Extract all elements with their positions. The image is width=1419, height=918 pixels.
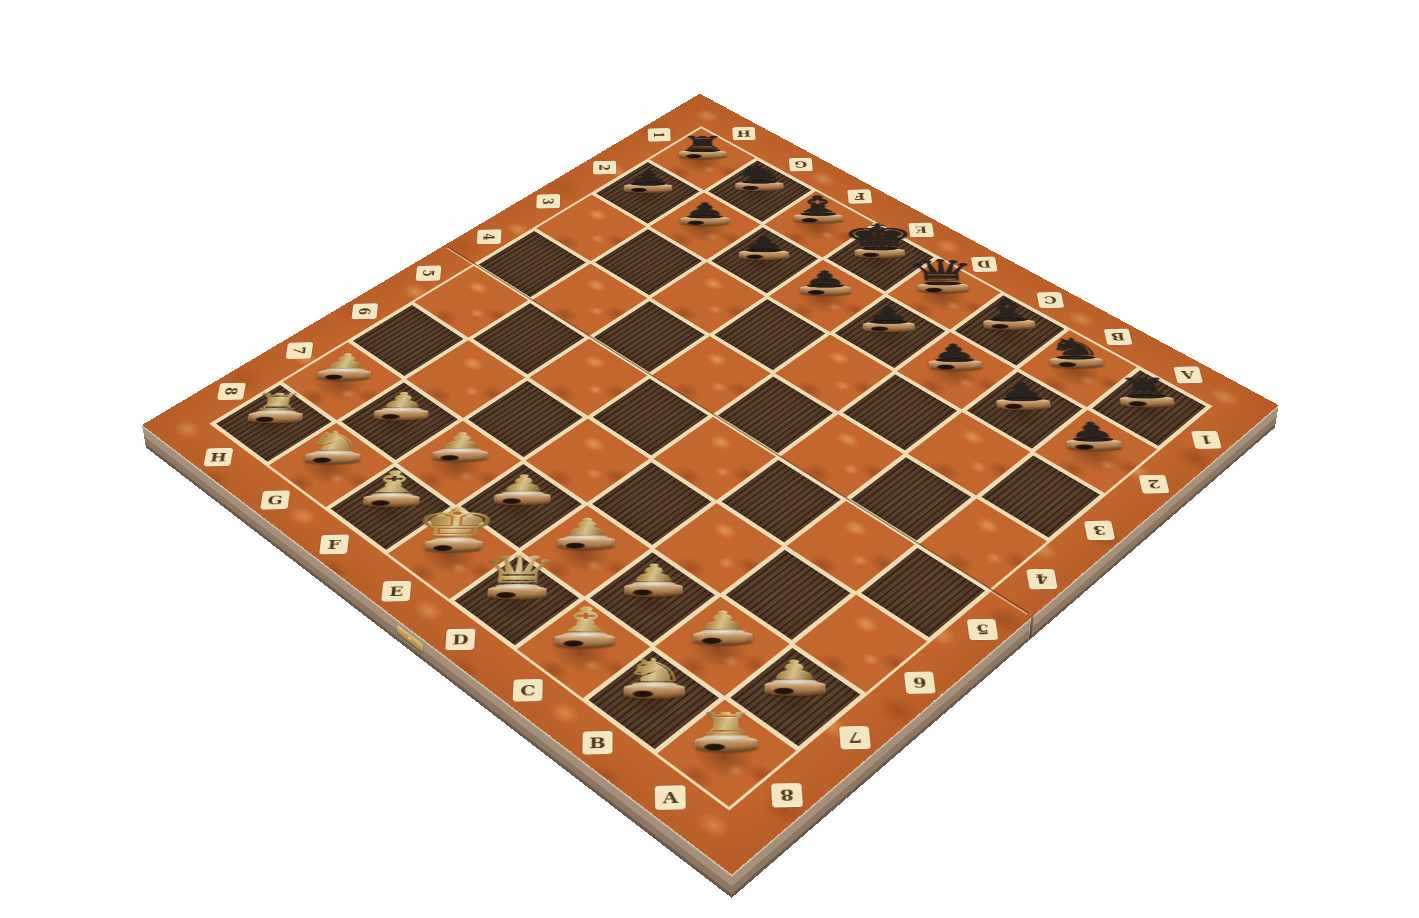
square-b2[interactable]: ♟ [964,370,1084,450]
black-figurine: ♛ [895,258,989,293]
wooden-drum-base [493,492,550,505]
figurine-stand-disc [496,584,540,589]
black-bishop-glyph: ♝ [788,195,847,215]
file-label-D-near-edge: D [446,628,476,650]
square-e7[interactable]: ♟ [458,462,584,549]
square-c6[interactable] [654,503,782,594]
wooden-drum-base [623,583,682,597]
black-queen-glyph: ♛ [904,258,979,284]
figurine-stand-disc [313,450,354,454]
white-figurine: ♚ [401,505,507,552]
white-figurine: ♞ [282,430,385,465]
rank-label-3-far-edge: 3 [536,194,560,208]
black-figurine: ♟ [780,269,872,295]
figurine-stand-disc [371,493,413,498]
square-d6[interactable] [589,460,715,547]
figurine-stand-disc [501,491,543,496]
file-label-C-near-edge: C [513,678,543,701]
figurine-stand-disc [704,734,750,740]
black-figurine: ♜ [1095,376,1196,407]
square-e6[interactable] [525,419,648,503]
black-pawn-glyph: ♟ [929,342,978,359]
white-pawn-glyph: ♟ [561,517,613,538]
rank-label-6-near-edge: 6 [904,671,936,693]
white-knight-glyph: ♞ [621,656,688,684]
square-b4[interactable] [849,455,974,542]
black-pawn-glyph: ♟ [802,269,848,285]
square-c7[interactable]: ♟ [587,550,718,645]
black-pawn-glyph: ♟ [865,305,913,322]
wooden-drum-base [432,450,488,462]
black-rook-glyph: ♜ [1116,376,1173,396]
white-figurine: ♟ [410,432,511,462]
square-b5[interactable] [787,501,915,591]
wooden-drum-base [304,452,361,464]
square-a2[interactable]: ♟ [1035,410,1157,493]
square-h8[interactable]: ♜ [213,383,335,464]
rank-label-4-far-edge: 4 [476,229,501,244]
file-label-G-near-edge: G [261,490,291,509]
black-king-glyph: ♚ [840,222,918,249]
piece-ground-shadow [532,518,632,589]
square-b7[interactable]: ♟ [656,597,790,696]
scene: ♜♞♝♚♛♝♞♜♟♟♟♟♟♟♟♟♟♟♟♟♟♟♟♟♜♞♝♚♛♝♞♜ 11HH22G… [0,0,1419,918]
photo-stage: ♜♞♝♚♛♝♞♜♟♟♟♟♟♟♟♟♟♟♟♟♟♟♟♟♜♞♝♚♛♝♞♜ 11HH22G… [0,0,1419,918]
square-b3[interactable] [908,412,1031,495]
black-figurine: ♟ [906,342,1003,370]
file-label-B-near-edge: B [583,731,613,755]
white-pawn-glyph: ♟ [767,659,822,682]
wooden-drum-base [554,634,614,648]
white-pawn-glyph: ♟ [377,391,428,409]
black-figurine: ♟ [842,305,936,332]
white-knight-glyph: ♞ [303,430,367,453]
white-rook-glyph: ♜ [250,391,308,411]
black-pawn-glyph: ♟ [1066,421,1118,440]
white-pawn-glyph: ♟ [321,352,371,370]
wooden-drum-base [696,736,759,752]
figurine-stand-disc [631,581,674,586]
black-figurine: ♟ [605,169,691,192]
figurine-stand-disc [700,629,744,634]
black-knight-glyph: ♞ [733,164,786,182]
white-figurine: ♟ [471,473,573,505]
file-label-A-near-edge: A [656,785,687,810]
wooden-drum-base [557,537,615,550]
white-figurine: ♟ [669,610,775,646]
file-label-H-near-edge: H [204,448,234,466]
black-pawn-glyph: ♟ [683,201,727,216]
white-figurine: ♝ [531,605,639,648]
black-figurine: ♟ [720,235,809,260]
square-c5[interactable] [719,458,844,545]
square-c4[interactable] [781,414,904,497]
white-figurine: ♟ [601,562,705,596]
white-figurine: ♟ [535,517,638,550]
white-figurine: ♝ [341,469,446,507]
white-king-glyph: ♚ [410,505,501,540]
rank-label-5-far-edge: 5 [415,265,441,280]
wooden-drum-base [488,585,548,599]
black-figurine: ♟ [661,201,748,225]
piece-ground-shadow [668,714,778,798]
rank-label-2-near-edge: 2 [1138,474,1169,493]
rank-label-1-near-edge: 1 [1191,430,1222,448]
board: ♜♞♝♚♛♝♞♜♟♟♟♟♟♟♟♟♟♟♟♟♟♟♟♟♜♞♝♚♛♝♞♜ 11HH22G… [142,94,1279,875]
rank-label-4-near-edge: 4 [1026,568,1058,589]
black-figurine: ♟ [973,381,1072,410]
black-figurine: ♟ [1042,421,1144,451]
black-pawn-glyph: ♟ [627,169,670,184]
black-rook-glyph: ♜ [679,135,726,151]
wooden-drum-base [623,684,684,699]
file-label-E-near-edge: E [381,580,411,601]
piece-ground-shadow [462,566,564,640]
black-pawn-glyph: ♟ [996,381,1047,399]
white-figurine: ♟ [740,659,849,696]
figurine-stand-disc [772,679,817,684]
white-figurine: ♜ [226,391,328,422]
black-figurine: ♞ [1026,336,1125,368]
white-pawn-glyph: ♟ [696,610,749,632]
wooden-drum-base [424,539,483,552]
white-figurine: ♛ [465,552,572,599]
piece-ground-shadow [738,660,845,740]
white-pawn-glyph: ♟ [497,473,549,493]
wooden-drum-base [693,631,753,645]
square-f7[interactable]: ♟ [398,421,522,505]
piece-ground-shadow [596,662,703,742]
white-bishop-glyph: ♝ [359,469,429,495]
piece-ground-shadow [666,610,771,687]
figurine-stand-disc [440,448,481,452]
white-pawn-glyph: ♟ [436,432,487,451]
rank-label-6-far-edge: 6 [351,303,378,319]
rank-label-8-near-edge: 8 [770,783,802,808]
rim-fold-seam [1029,615,1034,640]
piece-ground-shadow [598,563,700,637]
chess-grid: ♜♞♝♚♛♝♞♜♟♟♟♟♟♟♟♟♟♟♟♟♟♟♟♟♜♞♝♚♛♝♞♜ [209,126,1213,811]
black-knight-glyph: ♞ [1044,336,1105,357]
square-d7[interactable]: ♟ [521,505,649,596]
black-bishop-glyph: ♝ [974,298,1039,320]
figurine-stand-disc [432,537,475,542]
white-figurine: ♟ [295,352,394,380]
black-figurine: ♞ [717,164,803,191]
rank-label-3-near-edge: 3 [1083,520,1114,540]
wooden-drum-base [1066,439,1123,451]
figurine-stand-disc [565,535,608,540]
square-g7[interactable]: ♟ [339,381,460,462]
white-rook-glyph: ♜ [696,710,758,737]
white-bishop-glyph: ♝ [549,605,621,635]
figurine-stand-disc [562,632,606,637]
white-pawn-glyph: ♟ [627,562,680,583]
square-b6[interactable] [723,548,854,642]
square-d5[interactable] [653,416,776,500]
black-figurine: ♜ [660,135,745,159]
black-figurine: ♝ [960,298,1056,330]
wooden-drum-base [363,495,421,508]
piece-ground-shadow [399,520,499,591]
file-label-F-near-edge: F [320,534,350,554]
piece-ground-shadow [338,477,436,545]
wooden-drum-base [764,681,825,696]
white-figurine: ♟ [352,391,452,420]
piece-ground-shadow [468,474,566,542]
rank-label-5-near-edge: 5 [966,619,998,640]
white-queen-glyph: ♛ [476,552,561,586]
piece-ground-shadow [528,613,632,690]
black-pawn-glyph: ♟ [742,235,787,251]
white-figurine: ♜ [671,710,782,752]
figurine-stand-disc [632,682,677,687]
rank-label-7-near-edge: 7 [839,726,871,750]
white-figurine: ♞ [599,656,708,698]
